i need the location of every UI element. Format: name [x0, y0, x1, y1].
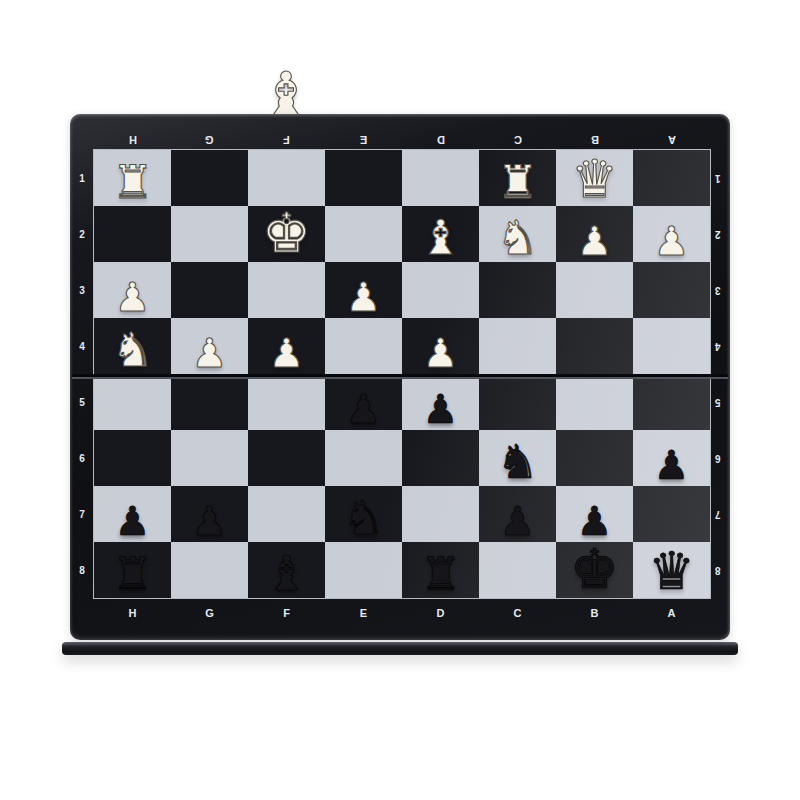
piece-black-pawn-e5[interactable]: ♟	[346, 389, 382, 429]
piece-white-pawn-e3[interactable]: ♟	[346, 277, 382, 317]
square-a7[interactable]	[633, 486, 710, 542]
rank-label-right-3: 3	[715, 285, 721, 296]
piece-black-pawn-h7[interactable]: ♟	[115, 501, 151, 541]
piece-white-bishop-d2[interactable]: ♝	[419, 213, 462, 261]
square-f1[interactable]	[248, 150, 325, 206]
square-a6[interactable]: ♟	[633, 430, 710, 486]
rank-label-right-1: 1	[715, 173, 721, 184]
square-e8[interactable]	[325, 542, 402, 598]
square-c1[interactable]: ♜	[479, 150, 556, 206]
file-label-top-d: D	[437, 134, 445, 146]
board-ledge	[62, 642, 738, 655]
file-labels-bottom: HGFEDCBA	[94, 602, 710, 636]
piece-white-knight-c2[interactable]: ♞	[496, 214, 538, 261]
square-f5[interactable]	[248, 374, 325, 430]
square-g8[interactable]	[171, 542, 248, 598]
square-a5[interactable]	[633, 374, 710, 430]
piece-black-queen-a8[interactable]: ♛	[648, 545, 695, 597]
square-b4[interactable]	[556, 318, 633, 374]
piece-black-bishop-f8[interactable]: ♝	[265, 549, 308, 597]
rank-label-left-4: 4	[79, 341, 85, 352]
square-d6[interactable]	[402, 430, 479, 486]
piece-black-pawn-g7[interactable]: ♟	[192, 501, 228, 541]
square-f2[interactable]: ♚	[248, 206, 325, 262]
board-frame: HGFEDCBA HGFEDCBA 12345678 12345678 ♜♜♛♚…	[70, 114, 730, 640]
square-b6[interactable]	[556, 430, 633, 486]
file-label-bottom-c: C	[514, 607, 522, 619]
piece-white-pawn-f4[interactable]: ♟	[269, 333, 305, 373]
rank-label-right-7: 7	[715, 509, 721, 520]
square-e4[interactable]	[325, 318, 402, 374]
rank-label-left-8: 8	[79, 565, 85, 576]
square-d1[interactable]	[402, 150, 479, 206]
square-a1[interactable]	[633, 150, 710, 206]
piece-black-king-b8[interactable]: ♚	[570, 542, 619, 597]
rank-label-left-1: 1	[79, 173, 85, 184]
square-b3[interactable]	[556, 262, 633, 318]
square-b2[interactable]: ♟	[556, 206, 633, 262]
rank-label-right-5: 5	[715, 397, 721, 408]
piece-black-rook-h8[interactable]: ♜	[112, 551, 153, 597]
square-h2[interactable]	[94, 206, 171, 262]
file-label-bottom-a: A	[668, 607, 676, 619]
rank-label-right-2: 2	[715, 229, 721, 240]
square-e2[interactable]	[325, 206, 402, 262]
file-label-top-f: F	[283, 134, 290, 146]
rank-label-right-4: 4	[715, 341, 721, 352]
rank-label-left-7: 7	[79, 509, 85, 520]
file-label-bottom-f: F	[283, 607, 290, 619]
square-a8[interactable]: ♛	[633, 542, 710, 598]
square-e1[interactable]	[325, 150, 402, 206]
square-g4[interactable]: ♟	[171, 318, 248, 374]
square-f8[interactable]: ♝	[248, 542, 325, 598]
square-g7[interactable]: ♟	[171, 486, 248, 542]
rank-label-right-8: 8	[715, 565, 721, 576]
rank-label-right-6: 6	[715, 453, 721, 464]
file-label-bottom-b: B	[591, 607, 599, 619]
square-c7[interactable]: ♟	[479, 486, 556, 542]
square-f3[interactable]	[248, 262, 325, 318]
square-e5[interactable]: ♟	[325, 374, 402, 430]
square-d8[interactable]: ♜	[402, 542, 479, 598]
piece-black-pawn-c7[interactable]: ♟	[500, 501, 536, 541]
file-labels-top: HGFEDCBA	[94, 118, 710, 148]
square-f6[interactable]	[248, 430, 325, 486]
file-label-top-e: E	[360, 134, 367, 146]
square-h5[interactable]	[94, 374, 171, 430]
square-h8[interactable]: ♜	[94, 542, 171, 598]
square-a3[interactable]	[633, 262, 710, 318]
square-d2[interactable]: ♝	[402, 206, 479, 262]
file-label-top-b: B	[591, 134, 599, 146]
square-h4[interactable]: ♞	[94, 318, 171, 374]
square-e3[interactable]: ♟	[325, 262, 402, 318]
square-a2[interactable]: ♟	[633, 206, 710, 262]
square-h3[interactable]: ♟	[94, 262, 171, 318]
square-g5[interactable]	[171, 374, 248, 430]
square-h6[interactable]	[94, 430, 171, 486]
square-c5[interactable]	[479, 374, 556, 430]
square-g3[interactable]	[171, 262, 248, 318]
chess-set-photo: ♝ HGFEDCBA HGFEDCBA 12345678 12345678 ♜♜…	[0, 0, 800, 800]
square-c2[interactable]: ♞	[479, 206, 556, 262]
piece-black-pawn-d5[interactable]: ♟	[423, 389, 459, 429]
square-h7[interactable]: ♟	[94, 486, 171, 542]
file-label-bottom-e: E	[360, 607, 367, 619]
square-b5[interactable]	[556, 374, 633, 430]
square-g1[interactable]	[171, 150, 248, 206]
file-label-bottom-h: H	[129, 607, 137, 619]
rank-label-left-6: 6	[79, 453, 85, 464]
square-d3[interactable]	[402, 262, 479, 318]
file-label-bottom-d: D	[437, 607, 445, 619]
square-c3[interactable]	[479, 262, 556, 318]
rank-label-left-3: 3	[79, 285, 85, 296]
piece-white-pawn-a2[interactable]: ♟	[654, 221, 690, 261]
piece-white-pawn-d4[interactable]: ♟	[423, 333, 459, 373]
square-b8[interactable]: ♚	[556, 542, 633, 598]
piece-white-rook-h1[interactable]: ♜	[112, 159, 153, 205]
piece-white-rook-c1[interactable]: ♜	[497, 159, 538, 205]
square-b1[interactable]: ♛	[556, 150, 633, 206]
piece-white-pawn-g4[interactable]: ♟	[192, 333, 228, 373]
square-b7[interactable]: ♟	[556, 486, 633, 542]
file-label-bottom-g: G	[205, 607, 214, 619]
square-e7[interactable]: ♞	[325, 486, 402, 542]
square-d4[interactable]: ♟	[402, 318, 479, 374]
file-label-top-g: G	[205, 134, 214, 146]
fold-seam-icon	[72, 374, 728, 379]
piece-white-queen-b1[interactable]: ♛	[571, 153, 618, 205]
square-f7[interactable]	[248, 486, 325, 542]
file-label-top-a: A	[668, 134, 676, 146]
square-c4[interactable]	[479, 318, 556, 374]
square-f4[interactable]: ♟	[248, 318, 325, 374]
piece-white-king-f2[interactable]: ♚	[262, 206, 311, 261]
piece-white-pawn-h3[interactable]: ♟	[115, 277, 151, 317]
square-g6[interactable]	[171, 430, 248, 486]
file-label-top-c: C	[514, 134, 522, 146]
piece-black-pawn-b7[interactable]: ♟	[577, 501, 613, 541]
square-h1[interactable]: ♜	[94, 150, 171, 206]
square-c6[interactable]: ♞	[479, 430, 556, 486]
piece-black-rook-d8[interactable]: ♜	[420, 551, 461, 597]
file-label-top-h: H	[129, 134, 137, 146]
piece-white-knight-h4[interactable]: ♞	[111, 326, 153, 373]
rank-label-left-2: 2	[79, 229, 85, 240]
square-a4[interactable]	[633, 318, 710, 374]
square-g2[interactable]	[171, 206, 248, 262]
piece-black-knight-e7[interactable]: ♞	[342, 494, 384, 541]
rank-label-left-5: 5	[79, 397, 85, 408]
square-e6[interactable]	[325, 430, 402, 486]
piece-white-pawn-b2[interactable]: ♟	[577, 221, 613, 261]
square-d5[interactable]: ♟	[402, 374, 479, 430]
square-c8[interactable]	[479, 542, 556, 598]
piece-black-pawn-a6[interactable]: ♟	[654, 445, 690, 485]
piece-black-knight-c6[interactable]: ♞	[496, 438, 538, 485]
square-d7[interactable]	[402, 486, 479, 542]
